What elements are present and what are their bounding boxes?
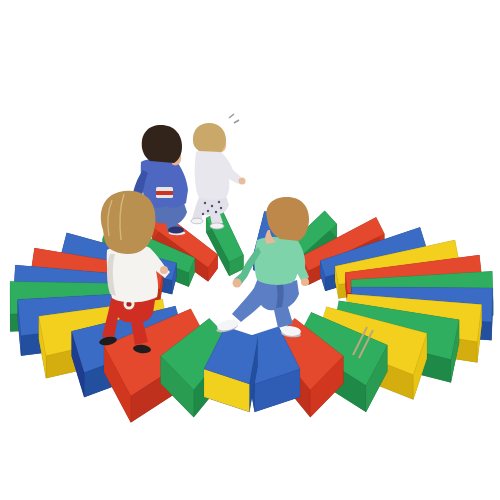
boy-cardigan-front-shoe — [168, 226, 184, 233]
toddler-back-shoe — [191, 218, 203, 224]
boy-cardigan-chest-stripe — [156, 191, 173, 195]
toddler-hand — [239, 178, 246, 185]
toddler-front-shoe — [210, 223, 224, 229]
girl-hand — [160, 266, 168, 274]
mint-boy-back-hand — [301, 278, 309, 286]
girl-hair — [101, 191, 156, 254]
mint-boy-front-hand — [233, 279, 242, 288]
boy-cardigan-hair — [142, 125, 182, 163]
scene-photo — [0, 0, 500, 500]
